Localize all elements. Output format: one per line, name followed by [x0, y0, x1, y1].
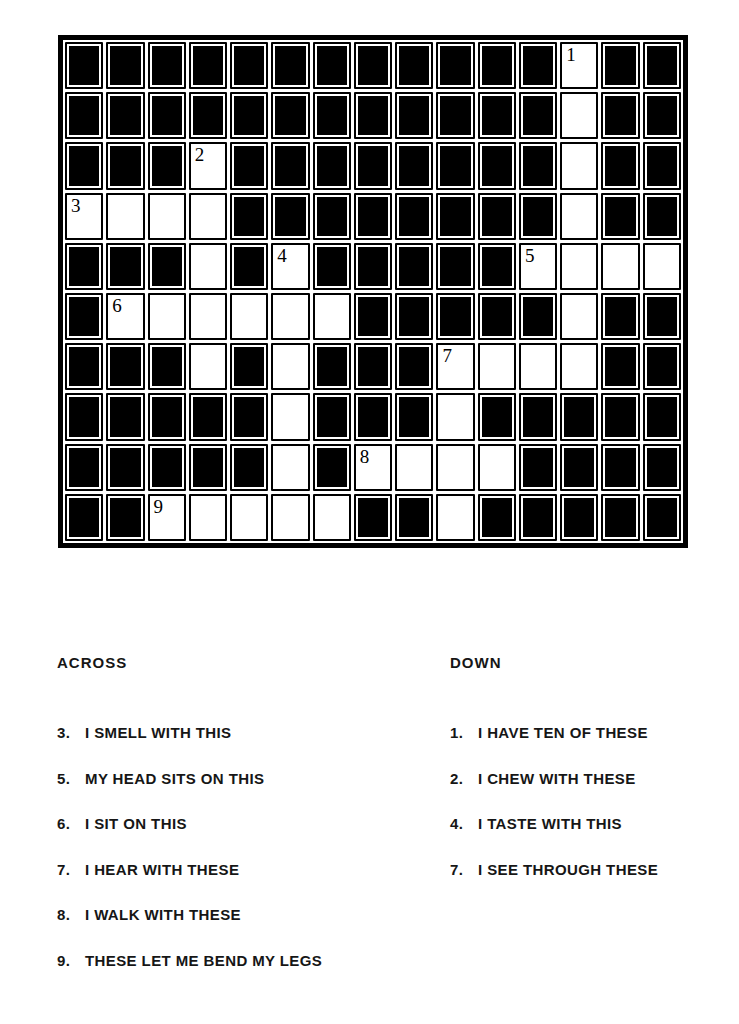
grid-cell-black: [436, 92, 474, 139]
cell-clue-number: 1: [566, 44, 576, 66]
grid-cell-black: [230, 142, 268, 189]
grid-cell-white[interactable]: 6: [106, 293, 144, 340]
grid-cell-white[interactable]: [271, 293, 309, 340]
across-clues-section: ACROSS 3.I SMELL WITH THIS5.MY HEAD SITS…: [57, 654, 407, 997]
across-clue: 3.I SMELL WITH THIS: [57, 724, 407, 742]
cell-clue-number: 8: [360, 446, 370, 468]
grid-cell-white[interactable]: [189, 243, 227, 290]
grid-cell-black: [65, 444, 103, 491]
grid-cell-black: [106, 494, 144, 541]
grid-cell-black: [643, 494, 681, 541]
grid-cell-black: [354, 494, 392, 541]
across-clue: 9.THESE LET ME BEND MY LEGS: [57, 952, 407, 970]
grid-cell-white[interactable]: [601, 243, 639, 290]
clue-text: I TASTE WITH THIS: [478, 815, 622, 833]
grid-cell-black: [519, 393, 557, 440]
grid-cell-black: [519, 142, 557, 189]
grid-cell-black: [601, 393, 639, 440]
grid-cell-black: [106, 243, 144, 290]
grid-cell-white[interactable]: [230, 494, 268, 541]
grid-cell-black: [354, 42, 392, 89]
grid-cell-white[interactable]: [313, 293, 351, 340]
grid-cell-white[interactable]: 2: [189, 142, 227, 189]
clue-number: 6.: [57, 815, 85, 833]
across-clue: 5.MY HEAD SITS ON THIS: [57, 770, 407, 788]
clue-text: THESE LET ME BEND MY LEGS: [85, 952, 322, 970]
grid-cell-black: [395, 193, 433, 240]
grid-cell-black: [189, 444, 227, 491]
grid-cell-black: [148, 393, 186, 440]
cell-clue-number: 3: [71, 195, 81, 217]
clue-number: 8.: [57, 906, 85, 924]
grid-cell-black: [395, 343, 433, 390]
grid-cell-white[interactable]: [148, 193, 186, 240]
grid-cell-white[interactable]: [189, 343, 227, 390]
grid-cell-white[interactable]: [560, 142, 598, 189]
grid-cell-black: [436, 142, 474, 189]
clue-text: MY HEAD SITS ON THIS: [85, 770, 264, 788]
grid-cell-black: [230, 193, 268, 240]
clue-number: 9.: [57, 952, 85, 970]
grid-cell-black: [436, 293, 474, 340]
down-clue: 4.I TASTE WITH THIS: [450, 815, 720, 833]
clue-text: I SEE THROUGH THESE: [478, 861, 658, 879]
grid-cell-black: [148, 343, 186, 390]
grid-cell-black: [65, 42, 103, 89]
grid-cell-white[interactable]: [478, 343, 516, 390]
cell-clue-number: 2: [195, 144, 205, 166]
grid-cell-black: [478, 293, 516, 340]
grid-cell-black: [230, 92, 268, 139]
grid-cell-black: [106, 393, 144, 440]
across-clue-list: 3.I SMELL WITH THIS5.MY HEAD SITS ON THI…: [57, 724, 407, 970]
grid-cell-black: [436, 243, 474, 290]
grid-cell-black: [643, 42, 681, 89]
grid-cell-black: [354, 293, 392, 340]
grid-cell-black: [560, 494, 598, 541]
grid-cell-black: [189, 92, 227, 139]
grid-cell-black: [148, 243, 186, 290]
grid-cell-black: [230, 243, 268, 290]
grid-cell-black: [395, 494, 433, 541]
grid-cell-white[interactable]: [560, 193, 598, 240]
clue-number: 1.: [450, 724, 478, 742]
grid-cell-black: [643, 343, 681, 390]
grid-cell-white[interactable]: [560, 243, 598, 290]
grid-cell-black: [643, 293, 681, 340]
clue-number: 3.: [57, 724, 85, 742]
down-clue: 7.I SEE THROUGH THESE: [450, 861, 720, 879]
grid-cell-black: [313, 142, 351, 189]
grid-cell-black: [643, 92, 681, 139]
clue-text: I CHEW WITH THESE: [478, 770, 636, 788]
down-clue: 2.I CHEW WITH THESE: [450, 770, 720, 788]
grid-cell-white[interactable]: [271, 444, 309, 491]
grid-cell-black: [354, 393, 392, 440]
cell-clue-number: 6: [112, 295, 122, 317]
grid-cell-black: [313, 193, 351, 240]
grid-cell-black: [65, 92, 103, 139]
grid-cell-white[interactable]: [148, 293, 186, 340]
clue-text: I WALK WITH THESE: [85, 906, 241, 924]
grid-cell-white[interactable]: [271, 393, 309, 440]
grid-cell-black: [395, 42, 433, 89]
grid-cell-black: [65, 343, 103, 390]
clue-number: 4.: [450, 815, 478, 833]
down-clue-list: 1.I HAVE TEN OF THESE2.I CHEW WITH THESE…: [450, 724, 720, 879]
grid-cell-black: [106, 142, 144, 189]
grid-cell-black: [271, 193, 309, 240]
grid-cell-black: [148, 92, 186, 139]
grid-cell-black: [519, 193, 557, 240]
grid-cell-black: [65, 243, 103, 290]
grid-cell-black: [148, 42, 186, 89]
crossword-grid: 123456789: [58, 35, 688, 548]
grid-cell-white[interactable]: [313, 494, 351, 541]
grid-cell-black: [601, 92, 639, 139]
grid-cell-black: [354, 193, 392, 240]
grid-cell-black: [189, 393, 227, 440]
grid-cell-white[interactable]: 8: [354, 444, 392, 491]
clue-text: I SIT ON THIS: [85, 815, 187, 833]
grid-cell-black: [478, 92, 516, 139]
clue-text: I SMELL WITH THIS: [85, 724, 232, 742]
grid-cell-black: [65, 142, 103, 189]
grid-cell-black: [395, 142, 433, 189]
grid-cell-black: [271, 142, 309, 189]
cell-clue-number: 4: [277, 245, 287, 267]
grid-cell-black: [643, 444, 681, 491]
grid-cell-black: [106, 343, 144, 390]
grid-cell-white[interactable]: [519, 343, 557, 390]
cell-clue-number: 5: [525, 245, 535, 267]
across-heading: ACROSS: [57, 654, 407, 672]
grid-cell-black: [436, 193, 474, 240]
grid-cell-black: [271, 42, 309, 89]
grid-cell-black: [478, 42, 516, 89]
down-heading: DOWN: [450, 654, 720, 672]
grid-cell-black: [106, 444, 144, 491]
grid-cell-black: [395, 243, 433, 290]
grid-cell-black: [106, 42, 144, 89]
clue-number: 7.: [57, 861, 85, 879]
grid-cell-black: [519, 92, 557, 139]
grid-cell-white[interactable]: [643, 243, 681, 290]
grid-cell-white[interactable]: [560, 92, 598, 139]
grid-cell-black: [230, 343, 268, 390]
grid-cell-black: [354, 343, 392, 390]
grid-cell-white[interactable]: [189, 494, 227, 541]
grid-cell-black: [478, 393, 516, 440]
grid-cell-white[interactable]: [230, 293, 268, 340]
grid-cell-black: [601, 193, 639, 240]
grid-cell-white[interactable]: [560, 293, 598, 340]
grid-cell-black: [519, 42, 557, 89]
grid-cell-black: [601, 142, 639, 189]
grid-cell-white[interactable]: 9: [148, 494, 186, 541]
grid-cell-black: [601, 444, 639, 491]
clue-number: 7.: [450, 861, 478, 879]
grid-cell-white[interactable]: 1: [560, 42, 598, 89]
grid-cell-black: [601, 42, 639, 89]
grid-cell-white[interactable]: [436, 393, 474, 440]
grid-cell-black: [643, 193, 681, 240]
grid-cell-white[interactable]: 4: [271, 243, 309, 290]
grid-cell-black: [313, 92, 351, 139]
grid-cell-white[interactable]: [395, 444, 433, 491]
grid-cell-black: [313, 393, 351, 440]
grid-cell-black: [601, 343, 639, 390]
grid-cell-black: [148, 444, 186, 491]
grid-cell-black: [395, 393, 433, 440]
grid-cell-black: [601, 293, 639, 340]
grid-cell-black: [560, 393, 598, 440]
grid-cell-white[interactable]: 7: [436, 343, 474, 390]
grid-cell-black: [478, 243, 516, 290]
grid-cell-white[interactable]: [189, 293, 227, 340]
clue-number: 2.: [450, 770, 478, 788]
grid-cell-black: [354, 92, 392, 139]
cell-clue-number: 9: [154, 496, 164, 518]
grid-cell-black: [395, 293, 433, 340]
grid-cell-black: [189, 42, 227, 89]
grid-cell-white[interactable]: [560, 343, 598, 390]
grid-cell-black: [313, 444, 351, 491]
grid-cell-black: [148, 142, 186, 189]
grid-cell-black: [643, 393, 681, 440]
clue-number: 5.: [57, 770, 85, 788]
clue-text: I HEAR WITH THESE: [85, 861, 239, 879]
grid-cell-black: [106, 92, 144, 139]
clue-text: I HAVE TEN OF THESE: [478, 724, 648, 742]
grid-cell-black: [519, 293, 557, 340]
grid-cell-black: [354, 142, 392, 189]
grid-cell-black: [271, 92, 309, 139]
grid-cell-black: [65, 494, 103, 541]
grid-cell-white[interactable]: [106, 193, 144, 240]
grid-cell-white[interactable]: [478, 444, 516, 491]
grid-cell-black: [313, 243, 351, 290]
down-clues-section: DOWN 1.I HAVE TEN OF THESE2.I CHEW WITH …: [450, 654, 720, 906]
grid-cell-black: [519, 444, 557, 491]
grid-cell-white[interactable]: [271, 343, 309, 390]
grid-cell-black: [354, 243, 392, 290]
grid-cell-black: [65, 393, 103, 440]
down-clue: 1.I HAVE TEN OF THESE: [450, 724, 720, 742]
grid-cell-black: [230, 393, 268, 440]
worksheet-page: 123456789 ACROSS 3.I SMELL WITH THIS5.MY…: [0, 0, 739, 1024]
grid-cell-white[interactable]: [436, 494, 474, 541]
grid-cell-black: [436, 42, 474, 89]
grid-cell-black: [643, 142, 681, 189]
grid-cell-black: [65, 293, 103, 340]
across-clue: 6.I SIT ON THIS: [57, 815, 407, 833]
grid-cell-white[interactable]: 5: [519, 243, 557, 290]
grid-cell-black: [313, 343, 351, 390]
grid-cell-black: [230, 42, 268, 89]
grid-cell-black: [519, 494, 557, 541]
grid-cell-white[interactable]: [436, 444, 474, 491]
grid-cell-black: [478, 193, 516, 240]
across-clue: 8.I WALK WITH THESE: [57, 906, 407, 924]
grid-cell-black: [395, 92, 433, 139]
grid-cell-white[interactable]: [271, 494, 309, 541]
grid-cell-black: [313, 42, 351, 89]
grid-cell-white[interactable]: [189, 193, 227, 240]
grid-cell-black: [601, 494, 639, 541]
grid-cell-black: [478, 494, 516, 541]
cell-clue-number: 7: [442, 345, 452, 367]
grid-cell-black: [230, 444, 268, 491]
grid-cell-black: [478, 142, 516, 189]
grid-cell-black: [560, 444, 598, 491]
across-clue: 7.I HEAR WITH THESE: [57, 861, 407, 879]
grid-cell-white[interactable]: 3: [65, 193, 103, 240]
